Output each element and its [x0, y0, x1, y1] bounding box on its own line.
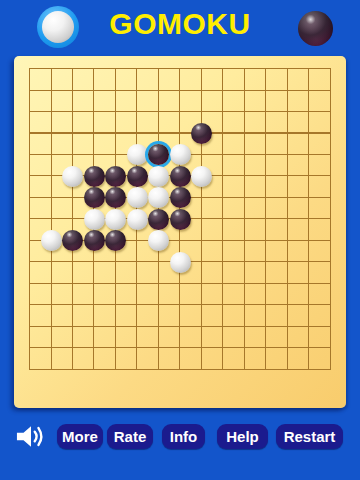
intersection[interactable] — [40, 273, 62, 295]
intersection[interactable] — [298, 58, 320, 80]
intersection[interactable] — [191, 251, 213, 273]
intersection[interactable] — [234, 359, 256, 381]
intersection[interactable] — [83, 122, 105, 144]
intersection[interactable] — [126, 337, 148, 359]
intersection[interactable] — [148, 251, 170, 273]
intersection[interactable] — [83, 251, 105, 273]
intersection[interactable] — [105, 273, 127, 295]
intersection[interactable] — [191, 101, 213, 123]
intersection[interactable] — [234, 79, 256, 101]
intersection — [126, 208, 148, 230]
intersection[interactable] — [105, 58, 127, 80]
speaker-icon[interactable] — [16, 423, 46, 450]
intersection[interactable] — [19, 101, 41, 123]
intersection[interactable] — [148, 122, 170, 144]
intersection[interactable] — [234, 165, 256, 187]
intersection[interactable] — [19, 294, 41, 316]
intersection[interactable] — [169, 359, 191, 381]
intersection[interactable] — [320, 251, 342, 273]
intersection[interactable] — [212, 122, 234, 144]
intersection[interactable] — [277, 101, 299, 123]
intersection[interactable] — [169, 101, 191, 123]
intersection[interactable] — [126, 316, 148, 338]
intersection[interactable] — [320, 187, 342, 209]
intersection[interactable] — [212, 165, 234, 187]
intersection — [62, 230, 84, 252]
intersection[interactable] — [105, 251, 127, 273]
white-stone — [170, 144, 191, 165]
intersection[interactable] — [19, 165, 41, 187]
black-stone — [191, 123, 212, 144]
intersection[interactable] — [40, 359, 62, 381]
black-stone — [170, 209, 191, 230]
intersection[interactable] — [19, 79, 41, 101]
intersection[interactable] — [148, 337, 170, 359]
black-stone — [105, 187, 126, 208]
intersection[interactable] — [126, 359, 148, 381]
intersection[interactable] — [169, 230, 191, 252]
intersection[interactable] — [169, 122, 191, 144]
intersection[interactable] — [40, 337, 62, 359]
intersection[interactable] — [234, 294, 256, 316]
intersection[interactable] — [40, 122, 62, 144]
black-stone — [105, 230, 126, 251]
intersection — [148, 208, 170, 230]
intersection[interactable] — [298, 230, 320, 252]
intersection[interactable] — [83, 144, 105, 166]
intersection — [169, 144, 191, 166]
black-stone — [148, 209, 169, 230]
intersection[interactable] — [62, 273, 84, 295]
intersection[interactable] — [62, 187, 84, 209]
intersection[interactable] — [191, 273, 213, 295]
rate-button[interactable]: Rate — [107, 424, 153, 449]
intersection[interactable] — [105, 294, 127, 316]
intersection[interactable] — [148, 273, 170, 295]
intersection[interactable] — [255, 165, 277, 187]
intersection[interactable] — [191, 79, 213, 101]
intersection[interactable] — [62, 79, 84, 101]
intersection[interactable] — [62, 101, 84, 123]
restart-button[interactable]: Restart — [276, 424, 343, 449]
intersection — [148, 230, 170, 252]
intersection[interactable] — [62, 208, 84, 230]
intersection[interactable] — [19, 122, 41, 144]
intersection[interactable] — [234, 316, 256, 338]
intersection[interactable] — [19, 251, 41, 273]
intersection[interactable] — [277, 208, 299, 230]
intersection[interactable] — [19, 316, 41, 338]
intersection[interactable] — [40, 165, 62, 187]
intersection[interactable] — [126, 79, 148, 101]
intersection[interactable] — [169, 273, 191, 295]
intersection — [126, 144, 148, 166]
intersection[interactable] — [40, 294, 62, 316]
intersection[interactable] — [255, 294, 277, 316]
intersection[interactable] — [40, 251, 62, 273]
intersection[interactable] — [83, 101, 105, 123]
intersection — [191, 165, 213, 187]
intersection — [126, 165, 148, 187]
black-stone — [170, 166, 191, 187]
intersection[interactable] — [62, 359, 84, 381]
intersection[interactable] — [212, 359, 234, 381]
intersection[interactable] — [298, 251, 320, 273]
white-stone — [62, 166, 83, 187]
intersection[interactable] — [277, 144, 299, 166]
intersection[interactable] — [320, 337, 342, 359]
intersection[interactable] — [234, 230, 256, 252]
intersection[interactable] — [126, 101, 148, 123]
intersection — [105, 187, 127, 209]
intersection[interactable] — [62, 337, 84, 359]
intersection[interactable] — [105, 144, 127, 166]
intersection — [191, 122, 213, 144]
intersection — [105, 230, 127, 252]
intersection[interactable] — [105, 79, 127, 101]
intersection[interactable] — [234, 144, 256, 166]
intersection[interactable] — [320, 101, 342, 123]
intersection[interactable] — [212, 316, 234, 338]
intersection[interactable] — [191, 144, 213, 166]
intersection[interactable] — [191, 359, 213, 381]
intersection[interactable] — [277, 122, 299, 144]
intersection — [40, 230, 62, 252]
intersection[interactable] — [255, 79, 277, 101]
intersection[interactable] — [277, 273, 299, 295]
intersection[interactable] — [212, 79, 234, 101]
black-stone — [127, 166, 148, 187]
intersection[interactable] — [277, 359, 299, 381]
intersection[interactable] — [255, 144, 277, 166]
intersection[interactable] — [234, 187, 256, 209]
intersection[interactable] — [255, 58, 277, 80]
intersection[interactable] — [320, 165, 342, 187]
more-button[interactable]: More — [57, 424, 103, 449]
intersection[interactable] — [191, 208, 213, 230]
info-button[interactable]: Info — [162, 424, 205, 449]
white-stone — [127, 187, 148, 208]
intersection[interactable] — [83, 273, 105, 295]
gomoku-board[interactable] — [14, 56, 346, 408]
intersection[interactable] — [62, 122, 84, 144]
intersection[interactable] — [169, 58, 191, 80]
intersection[interactable] — [212, 187, 234, 209]
intersection[interactable] — [212, 273, 234, 295]
intersection[interactable] — [277, 337, 299, 359]
intersection[interactable] — [19, 58, 41, 80]
intersection[interactable] — [320, 122, 342, 144]
intersection[interactable] — [255, 316, 277, 338]
intersection[interactable] — [277, 230, 299, 252]
white-stone — [105, 209, 126, 230]
help-button[interactable]: Help — [217, 424, 268, 449]
intersection[interactable] — [105, 359, 127, 381]
intersection — [169, 208, 191, 230]
intersection[interactable] — [191, 337, 213, 359]
intersection[interactable] — [148, 316, 170, 338]
intersection[interactable] — [320, 230, 342, 252]
intersection[interactable] — [169, 316, 191, 338]
intersection[interactable] — [298, 144, 320, 166]
intersection[interactable] — [191, 58, 213, 80]
intersection[interactable] — [320, 294, 342, 316]
intersection[interactable] — [234, 273, 256, 295]
black-stone — [105, 166, 126, 187]
intersection[interactable] — [19, 337, 41, 359]
intersection[interactable] — [212, 294, 234, 316]
white-stone — [127, 209, 148, 230]
intersection[interactable] — [19, 144, 41, 166]
intersection[interactable] — [277, 294, 299, 316]
intersection — [169, 187, 191, 209]
intersection[interactable] — [234, 122, 256, 144]
intersection[interactable] — [19, 187, 41, 209]
intersection[interactable] — [277, 165, 299, 187]
intersection[interactable] — [298, 165, 320, 187]
white-stone — [148, 230, 169, 251]
intersection[interactable] — [212, 58, 234, 80]
intersection[interactable] — [255, 122, 277, 144]
intersection[interactable] — [169, 294, 191, 316]
intersection[interactable] — [212, 337, 234, 359]
white-stone — [170, 252, 191, 273]
intersection[interactable] — [83, 58, 105, 80]
intersection[interactable] — [191, 316, 213, 338]
intersection[interactable] — [320, 273, 342, 295]
intersection[interactable] — [148, 359, 170, 381]
intersection[interactable] — [298, 101, 320, 123]
intersection[interactable] — [191, 187, 213, 209]
intersection[interactable] — [83, 79, 105, 101]
intersection — [126, 187, 148, 209]
intersection[interactable] — [255, 251, 277, 273]
intersection[interactable] — [255, 101, 277, 123]
intersection[interactable] — [126, 58, 148, 80]
intersection[interactable] — [62, 144, 84, 166]
intersection[interactable] — [126, 273, 148, 295]
intersection[interactable] — [255, 187, 277, 209]
intersection[interactable] — [169, 337, 191, 359]
intersection[interactable] — [298, 273, 320, 295]
black-stone — [84, 230, 105, 251]
intersection[interactable] — [105, 337, 127, 359]
intersection[interactable] — [298, 359, 320, 381]
intersection[interactable] — [19, 208, 41, 230]
intersection[interactable] — [320, 144, 342, 166]
intersection[interactable] — [19, 359, 41, 381]
intersection[interactable] — [234, 208, 256, 230]
intersection[interactable] — [62, 58, 84, 80]
white-stone — [84, 209, 105, 230]
intersection[interactable] — [277, 251, 299, 273]
intersection[interactable] — [255, 208, 277, 230]
intersection[interactable] — [320, 79, 342, 101]
intersection — [105, 165, 127, 187]
intersection[interactable] — [19, 230, 41, 252]
intersection[interactable] — [40, 58, 62, 80]
intersection[interactable] — [234, 251, 256, 273]
intersection[interactable] — [255, 230, 277, 252]
intersection[interactable] — [234, 101, 256, 123]
intersection[interactable] — [105, 316, 127, 338]
intersection[interactable] — [19, 273, 41, 295]
intersection — [62, 165, 84, 187]
intersection[interactable] — [298, 208, 320, 230]
intersection[interactable] — [212, 101, 234, 123]
intersection[interactable] — [277, 187, 299, 209]
intersection[interactable] — [234, 337, 256, 359]
intersection[interactable] — [277, 58, 299, 80]
intersection[interactable] — [212, 208, 234, 230]
intersection[interactable] — [212, 230, 234, 252]
intersection[interactable] — [126, 251, 148, 273]
intersection[interactable] — [62, 316, 84, 338]
intersection[interactable] — [105, 122, 127, 144]
intersection[interactable] — [320, 316, 342, 338]
intersection — [83, 230, 105, 252]
intersection[interactable] — [83, 337, 105, 359]
white-stone — [191, 166, 212, 187]
intersection — [83, 165, 105, 187]
intersection — [148, 144, 170, 166]
intersection — [83, 208, 105, 230]
intersection — [169, 165, 191, 187]
intersection — [169, 251, 191, 273]
intersection[interactable] — [40, 101, 62, 123]
black-stone — [170, 187, 191, 208]
white-stone — [148, 166, 169, 187]
intersection[interactable] — [255, 273, 277, 295]
intersection[interactable] — [255, 359, 277, 381]
intersection[interactable] — [234, 58, 256, 80]
intersection[interactable] — [298, 122, 320, 144]
intersection[interactable] — [277, 316, 299, 338]
intersection[interactable] — [40, 144, 62, 166]
intersection[interactable] — [298, 79, 320, 101]
intersection[interactable] — [40, 316, 62, 338]
intersection — [148, 187, 170, 209]
intersection[interactable] — [62, 294, 84, 316]
intersection[interactable] — [40, 79, 62, 101]
intersection[interactable] — [255, 337, 277, 359]
black-stone-indicator — [298, 11, 333, 46]
intersection[interactable] — [83, 294, 105, 316]
intersection[interactable] — [40, 187, 62, 209]
stones-grid[interactable] — [19, 58, 342, 381]
intersection[interactable] — [148, 79, 170, 101]
white-stone — [127, 144, 148, 165]
intersection[interactable] — [212, 251, 234, 273]
intersection[interactable] — [126, 294, 148, 316]
intersection[interactable] — [320, 359, 342, 381]
white-stone — [148, 187, 169, 208]
intersection[interactable] — [62, 251, 84, 273]
intersection[interactable] — [83, 359, 105, 381]
black-stone — [84, 166, 105, 187]
intersection[interactable] — [105, 101, 127, 123]
intersection[interactable] — [212, 144, 234, 166]
white-stone — [41, 230, 62, 251]
intersection[interactable] — [169, 79, 191, 101]
intersection[interactable] — [191, 294, 213, 316]
intersection[interactable] — [148, 294, 170, 316]
intersection — [148, 165, 170, 187]
intersection[interactable] — [298, 187, 320, 209]
intersection[interactable] — [277, 79, 299, 101]
black-stone — [62, 230, 83, 251]
intersection[interactable] — [126, 230, 148, 252]
intersection[interactable] — [148, 101, 170, 123]
intersection[interactable] — [83, 316, 105, 338]
black-stone — [148, 144, 169, 165]
intersection[interactable] — [40, 208, 62, 230]
intersection[interactable] — [298, 294, 320, 316]
intersection[interactable] — [298, 316, 320, 338]
black-stone — [84, 187, 105, 208]
intersection[interactable] — [320, 58, 342, 80]
intersection[interactable] — [148, 58, 170, 80]
intersection[interactable] — [191, 230, 213, 252]
intersection — [105, 208, 127, 230]
intersection[interactable] — [320, 208, 342, 230]
intersection — [83, 187, 105, 209]
intersection[interactable] — [126, 122, 148, 144]
intersection[interactable] — [298, 337, 320, 359]
